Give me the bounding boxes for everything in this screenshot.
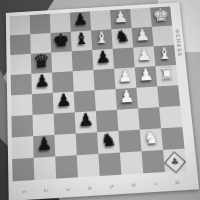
- white-pawn[interactable]: ♟: [110, 7, 132, 27]
- square-r4c8[interactable]: ♜: [155, 65, 178, 87]
- square-r4c7[interactable]: ♟: [135, 66, 158, 88]
- square-r4c4[interactable]: [73, 70, 95, 92]
- square-r6c6[interactable]: [117, 108, 140, 130]
- square-r7c1[interactable]: [12, 136, 34, 159]
- white-pawn[interactable]: ♟: [115, 85, 138, 107]
- photo-background: ♟♟♚♚♝♝♞♟♛♟♟♝♟♟♟♜♟♟♟♟♞♞ 12345678 © CHESS …: [0, 0, 200, 200]
- white-bishop[interactable]: ♝: [91, 27, 113, 48]
- square-r5c5[interactable]: [95, 89, 117, 111]
- square-r2c6[interactable]: ♞: [111, 28, 133, 49]
- copyright-mark: ©: [175, 28, 180, 34]
- square-r5c8[interactable]: [157, 85, 180, 107]
- square-r3c5[interactable]: ♟: [92, 49, 114, 70]
- black-pawn[interactable]: ♟: [33, 132, 55, 155]
- square-r1c2[interactable]: [30, 14, 51, 34]
- chess-board: ♟♟♚♚♝♝♞♟♛♟♟♝♟♟♟♜♟♟♟♟♞♞ 12345678 © CHESS …: [6, 2, 199, 200]
- square-r5c6[interactable]: ♟: [115, 88, 138, 110]
- black-pawn[interactable]: ♟: [53, 89, 75, 111]
- white-king[interactable]: ♚: [150, 4, 172, 24]
- square-r5c1[interactable]: [11, 94, 32, 116]
- black-pawn[interactable]: ♟: [75, 109, 97, 131]
- white-rook[interactable]: ♜: [155, 63, 178, 85]
- square-r7c6[interactable]: [118, 130, 141, 153]
- square-r2c4[interactable]: ♝: [71, 31, 92, 52]
- coordinate-label: 7: [152, 181, 158, 185]
- board-scene: ♟♟♚♚♝♝♞♟♛♟♟♝♟♟♟♜♟♟♟♟♞♞ 12345678 © CHESS …: [7, 2, 191, 196]
- coordinate-label: 1: [21, 189, 26, 193]
- coordinate-label: 8: [174, 180, 180, 184]
- white-bishop[interactable]: ♝: [153, 43, 175, 64]
- square-r7c8[interactable]: [161, 127, 185, 150]
- square-r6c3[interactable]: [54, 112, 76, 135]
- white-pawn[interactable]: ♟: [114, 65, 136, 87]
- black-king[interactable]: ♚: [50, 29, 71, 50]
- coordinate-label: 6: [130, 183, 135, 187]
- square-r7c2[interactable]: ♟: [33, 135, 55, 158]
- square-r4c1[interactable]: [11, 74, 32, 96]
- white-pawn[interactable]: ♟: [131, 25, 153, 46]
- coordinate-label: 3: [65, 187, 70, 191]
- square-r4c5[interactable]: [93, 69, 115, 91]
- square-r5c2[interactable]: [32, 93, 54, 115]
- black-pawn[interactable]: ♟: [70, 9, 91, 29]
- square-r6c8[interactable]: [159, 106, 182, 128]
- square-r8c4[interactable]: [77, 154, 100, 177]
- brand-text: CHESS: [175, 34, 183, 57]
- black-pawn[interactable]: ♟: [92, 46, 114, 67]
- square-r1c1[interactable]: [10, 15, 31, 35]
- square-r4c2[interactable]: ♟: [31, 73, 52, 95]
- square-r7c7[interactable]: ♞: [140, 128, 163, 151]
- board-grid: ♟♟♚♚♝♝♞♟♛♟♟♝♟♟♟♜♟♟♟♟♞♞: [10, 6, 187, 181]
- black-queen[interactable]: ♛: [31, 50, 52, 71]
- square-r3c1[interactable]: [10, 54, 31, 75]
- square-r8c6[interactable]: [120, 151, 143, 174]
- white-pawn[interactable]: ♟: [133, 44, 155, 65]
- square-r3c3[interactable]: [51, 51, 72, 72]
- coordinate-label: 5: [109, 184, 114, 188]
- black-knight[interactable]: ♞: [111, 26, 133, 47]
- square-r8c1[interactable]: [12, 158, 34, 181]
- square-r7c3[interactable]: [54, 134, 76, 157]
- white-knight[interactable]: ♞: [140, 126, 163, 149]
- club-emblem-icon: ♣: [170, 157, 179, 167]
- square-r1c8[interactable]: ♚: [150, 6, 172, 26]
- square-r8c3[interactable]: [55, 155, 78, 178]
- square-r7c4[interactable]: [76, 132, 99, 155]
- square-r6c4[interactable]: ♟: [75, 111, 97, 133]
- square-r8c7[interactable]: [141, 150, 165, 173]
- square-r2c3[interactable]: ♚: [51, 32, 72, 53]
- square-r8c2[interactable]: [34, 157, 56, 180]
- square-r8c5[interactable]: [98, 153, 121, 176]
- square-r3c4[interactable]: [72, 50, 94, 71]
- black-knight[interactable]: ♞: [97, 128, 120, 151]
- square-r5c3[interactable]: ♟: [53, 92, 75, 114]
- square-r7c5[interactable]: ♞: [97, 131, 120, 154]
- coordinate-label: 4: [87, 185, 92, 189]
- square-r6c1[interactable]: [11, 115, 33, 138]
- square-r2c1[interactable]: [10, 34, 31, 55]
- white-pawn[interactable]: ♟: [135, 64, 157, 86]
- coordinate-label: 2: [43, 188, 48, 192]
- square-r5c7[interactable]: [136, 86, 159, 108]
- black-pawn[interactable]: ♟: [31, 70, 52, 92]
- black-bishop[interactable]: ♝: [71, 28, 92, 49]
